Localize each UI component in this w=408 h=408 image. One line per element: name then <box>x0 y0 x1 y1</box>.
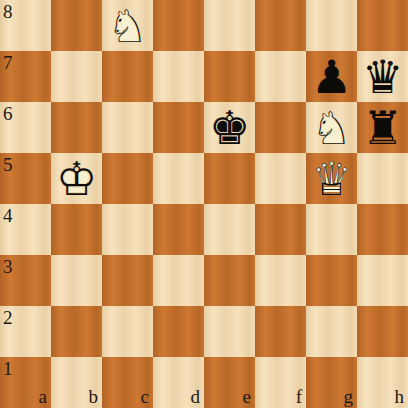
file-label-g: g <box>344 387 354 406</box>
square-e8[interactable] <box>204 0 255 51</box>
square-c2[interactable] <box>102 306 153 357</box>
black-king-e6: ♚ <box>204 102 255 153</box>
square-b7[interactable] <box>51 51 102 102</box>
black-rook-h6: ♜ <box>357 102 408 153</box>
square-c7[interactable] <box>102 51 153 102</box>
square-a8[interactable]: 8 <box>0 0 51 51</box>
square-h1[interactable]: h <box>357 357 408 408</box>
square-g3[interactable] <box>306 255 357 306</box>
square-g2[interactable] <box>306 306 357 357</box>
square-b8[interactable] <box>51 0 102 51</box>
square-h4[interactable] <box>357 204 408 255</box>
rank-label-8: 8 <box>3 2 13 21</box>
square-f6[interactable] <box>255 102 306 153</box>
file-label-h: h <box>395 387 405 406</box>
square-a3[interactable]: 3 <box>0 255 51 306</box>
square-h6[interactable]: ♜ <box>357 102 408 153</box>
square-h5[interactable] <box>357 153 408 204</box>
file-label-d: d <box>191 387 201 406</box>
square-c3[interactable] <box>102 255 153 306</box>
square-h3[interactable] <box>357 255 408 306</box>
square-f5[interactable] <box>255 153 306 204</box>
black-piece-glyph: ♜ <box>357 102 408 153</box>
rank-label-7: 7 <box>3 53 13 72</box>
black-piece-glyph: ♚ <box>204 102 255 153</box>
square-d2[interactable] <box>153 306 204 357</box>
square-g1[interactable]: g <box>306 357 357 408</box>
file-label-a: a <box>39 387 47 406</box>
black-piece-glyph: ♟ <box>306 51 357 102</box>
square-d8[interactable] <box>153 0 204 51</box>
square-c8[interactable]: ♞♘ <box>102 0 153 51</box>
square-b6[interactable] <box>51 102 102 153</box>
square-a7[interactable]: 7 <box>0 51 51 102</box>
square-b5[interactable]: ♚♔ <box>51 153 102 204</box>
white-piece-outline: ♔ <box>51 153 102 204</box>
square-g5[interactable]: ♛♕ <box>306 153 357 204</box>
square-e2[interactable] <box>204 306 255 357</box>
square-a5[interactable]: 5 <box>0 153 51 204</box>
square-e3[interactable] <box>204 255 255 306</box>
white-queen-g5: ♛♕ <box>306 153 357 204</box>
chess-board: 8♞♘7♟♛6♚♞♘♜5♚♔♛♕4321abcdefgh <box>0 0 408 408</box>
square-d1[interactable]: d <box>153 357 204 408</box>
file-label-e: e <box>243 387 251 406</box>
white-piece-outline: ♘ <box>306 102 357 153</box>
square-c4[interactable] <box>102 204 153 255</box>
white-piece-outline: ♕ <box>306 153 357 204</box>
file-label-c: c <box>141 387 149 406</box>
square-f1[interactable]: f <box>255 357 306 408</box>
square-a4[interactable]: 4 <box>0 204 51 255</box>
square-d5[interactable] <box>153 153 204 204</box>
square-c1[interactable]: c <box>102 357 153 408</box>
square-f3[interactable] <box>255 255 306 306</box>
square-f8[interactable] <box>255 0 306 51</box>
square-g8[interactable] <box>306 0 357 51</box>
rank-label-3: 3 <box>3 257 13 276</box>
file-label-f: f <box>296 387 302 406</box>
square-d3[interactable] <box>153 255 204 306</box>
white-knight-c8: ♞♘ <box>102 0 153 51</box>
square-h8[interactable] <box>357 0 408 51</box>
square-e4[interactable] <box>204 204 255 255</box>
square-g4[interactable] <box>306 204 357 255</box>
square-f2[interactable] <box>255 306 306 357</box>
square-e1[interactable]: e <box>204 357 255 408</box>
rank-label-5: 5 <box>3 155 13 174</box>
square-a1[interactable]: 1a <box>0 357 51 408</box>
square-d4[interactable] <box>153 204 204 255</box>
square-c5[interactable] <box>102 153 153 204</box>
square-h2[interactable] <box>357 306 408 357</box>
square-c6[interactable] <box>102 102 153 153</box>
square-b2[interactable] <box>51 306 102 357</box>
rank-label-6: 6 <box>3 104 13 123</box>
square-d7[interactable] <box>153 51 204 102</box>
square-a6[interactable]: 6 <box>0 102 51 153</box>
rank-label-2: 2 <box>3 308 13 327</box>
white-knight-g6: ♞♘ <box>306 102 357 153</box>
square-g6[interactable]: ♞♘ <box>306 102 357 153</box>
square-b1[interactable]: b <box>51 357 102 408</box>
black-piece-glyph: ♛ <box>357 51 408 102</box>
square-g7[interactable]: ♟ <box>306 51 357 102</box>
square-f4[interactable] <box>255 204 306 255</box>
file-label-b: b <box>89 387 99 406</box>
rank-label-4: 4 <box>3 206 13 225</box>
black-queen-h7: ♛ <box>357 51 408 102</box>
square-e5[interactable] <box>204 153 255 204</box>
square-b3[interactable] <box>51 255 102 306</box>
square-b4[interactable] <box>51 204 102 255</box>
square-f7[interactable] <box>255 51 306 102</box>
square-h7[interactable]: ♛ <box>357 51 408 102</box>
black-pawn-g7: ♟ <box>306 51 357 102</box>
white-king-b5: ♚♔ <box>51 153 102 204</box>
rank-label-1: 1 <box>3 359 13 378</box>
square-d6[interactable] <box>153 102 204 153</box>
square-e6[interactable]: ♚ <box>204 102 255 153</box>
square-a2[interactable]: 2 <box>0 306 51 357</box>
square-e7[interactable] <box>204 51 255 102</box>
white-piece-outline: ♘ <box>102 0 153 51</box>
